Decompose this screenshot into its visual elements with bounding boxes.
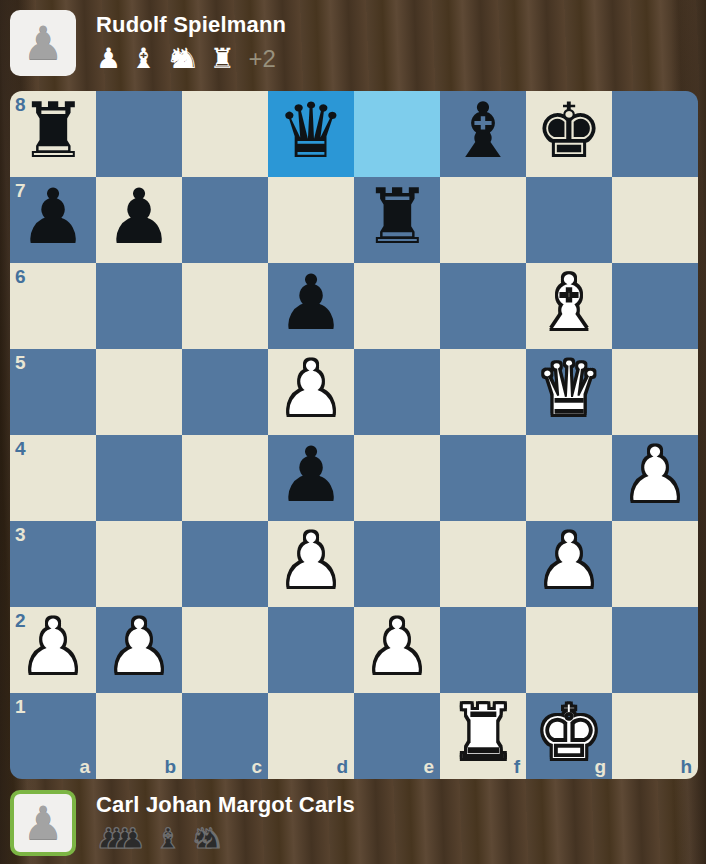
rank-label-1: 1 <box>15 697 26 716</box>
file-label-d: d <box>336 757 348 776</box>
piece-black-queen-d8[interactable]: ♛ <box>277 93 345 169</box>
captured-black-knight-group: ♞♞ <box>191 824 224 854</box>
piece-white-pawn-b2[interactable]: ♟ <box>105 609 173 685</box>
square-e3[interactable] <box>354 521 440 607</box>
captured-white-pawn-icon: ♟ <box>96 44 121 74</box>
square-a6[interactable]: 6 <box>10 263 96 349</box>
square-b5[interactable] <box>96 349 182 435</box>
rank-label-4: 4 <box>15 439 26 458</box>
square-h1[interactable]: h <box>612 693 698 779</box>
square-e6[interactable] <box>354 263 440 349</box>
captured-black-bishop-icon: ♝ <box>155 824 180 854</box>
pawn-avatar-icon: ♟ <box>22 20 63 66</box>
square-a7[interactable]: 7♟ <box>10 177 96 263</box>
square-e4[interactable] <box>354 435 440 521</box>
square-e8[interactable] <box>354 91 440 177</box>
piece-white-bishop-g6[interactable]: ♝ <box>535 265 603 341</box>
square-h6[interactable] <box>612 263 698 349</box>
square-a2[interactable]: 2♟ <box>10 607 96 693</box>
captured-white-bishop-icon: ♝ <box>131 44 156 74</box>
square-g1[interactable]: g♚ <box>526 693 612 779</box>
square-g6[interactable]: ♝ <box>526 263 612 349</box>
file-label-c: c <box>251 757 262 776</box>
square-e7[interactable]: ♜ <box>354 177 440 263</box>
captured-black-pawn-group: ♟♟♟♟ <box>96 824 145 854</box>
player-name-bottom: Carl Johan Margot Carls <box>96 792 696 818</box>
square-d8[interactable]: ♛ <box>268 91 354 177</box>
captured-white-knight-group: ♞♞ <box>166 44 199 74</box>
piece-white-rook-f1[interactable]: ♜ <box>449 695 517 771</box>
piece-black-pawn-b7[interactable]: ♟ <box>105 179 173 255</box>
material-advantage-badge: +2 <box>249 44 276 74</box>
square-c4[interactable] <box>182 435 268 521</box>
piece-black-pawn-d6[interactable]: ♟ <box>277 265 345 341</box>
file-label-h: h <box>680 757 692 776</box>
file-label-e: e <box>423 757 434 776</box>
square-f7[interactable] <box>440 177 526 263</box>
file-label-a: a <box>79 757 90 776</box>
square-a4[interactable]: 4 <box>10 435 96 521</box>
square-f8[interactable]: ♝ <box>440 91 526 177</box>
square-d6[interactable]: ♟ <box>268 263 354 349</box>
square-f5[interactable] <box>440 349 526 435</box>
square-c2[interactable] <box>182 607 268 693</box>
square-h8[interactable] <box>612 91 698 177</box>
square-e2[interactable]: ♟ <box>354 607 440 693</box>
piece-black-king-g8[interactable]: ♚ <box>535 93 603 169</box>
rank-label-5: 5 <box>15 353 26 372</box>
square-a5[interactable]: 5 <box>10 349 96 435</box>
captured-white-pawn-group: ♟ <box>96 44 121 74</box>
rank-label-6: 6 <box>15 267 26 286</box>
square-h7[interactable] <box>612 177 698 263</box>
square-b4[interactable] <box>96 435 182 521</box>
piece-black-pawn-a7[interactable]: ♟ <box>19 179 87 255</box>
square-g5[interactable]: ♛ <box>526 349 612 435</box>
square-b1[interactable]: b <box>96 693 182 779</box>
piece-white-pawn-g3[interactable]: ♟ <box>535 523 603 599</box>
captured-black-pawn-icon: ♟ <box>120 824 145 854</box>
square-c8[interactable] <box>182 91 268 177</box>
piece-black-rook-e7[interactable]: ♜ <box>363 179 431 255</box>
square-g8[interactable]: ♚ <box>526 91 612 177</box>
captured-white-rook-group: ♜ <box>209 44 234 74</box>
square-a8[interactable]: 8♜ <box>10 91 96 177</box>
square-d5[interactable]: ♟ <box>268 349 354 435</box>
square-h4[interactable]: ♟ <box>612 435 698 521</box>
square-b7[interactable]: ♟ <box>96 177 182 263</box>
square-b2[interactable]: ♟ <box>96 607 182 693</box>
player-name-top: Rudolf Spielmann <box>96 12 696 38</box>
square-c1[interactable]: c <box>182 693 268 779</box>
captured-white-rook-icon: ♜ <box>209 44 234 74</box>
file-label-b: b <box>164 757 176 776</box>
piece-white-pawn-d3[interactable]: ♟ <box>277 523 345 599</box>
avatar-top-player: ♟ <box>10 10 76 76</box>
square-c6[interactable] <box>182 263 268 349</box>
piece-white-pawn-a2[interactable]: ♟ <box>19 609 87 685</box>
captured-black-knight-icon: ♞ <box>199 824 224 854</box>
piece-white-pawn-e2[interactable]: ♟ <box>363 609 431 685</box>
square-e1[interactable]: e <box>354 693 440 779</box>
square-d7[interactable] <box>268 177 354 263</box>
square-d4[interactable]: ♟ <box>268 435 354 521</box>
square-e5[interactable] <box>354 349 440 435</box>
captured-black-bishop-group: ♝ <box>155 824 180 854</box>
square-c5[interactable] <box>182 349 268 435</box>
square-g7[interactable] <box>526 177 612 263</box>
piece-black-pawn-d4[interactable]: ♟ <box>277 437 345 513</box>
square-a1[interactable]: 1a <box>10 693 96 779</box>
square-b6[interactable] <box>96 263 182 349</box>
square-h3[interactable] <box>612 521 698 607</box>
square-b8[interactable] <box>96 91 182 177</box>
chess-board: 8♜♛♝♚7♟♟♜6♟♝5♟♛4♟♟3♟♟2♟♟♟1abcdef♜g♚h <box>10 91 698 779</box>
square-b3[interactable] <box>96 521 182 607</box>
piece-black-rook-a8[interactable]: ♜ <box>19 93 87 169</box>
square-f3[interactable] <box>440 521 526 607</box>
piece-white-queen-g5[interactable]: ♛ <box>535 351 603 427</box>
square-c3[interactable] <box>182 521 268 607</box>
square-h2[interactable] <box>612 607 698 693</box>
square-f1[interactable]: f♜ <box>440 693 526 779</box>
rank-label-3: 3 <box>15 525 26 544</box>
square-f4[interactable] <box>440 435 526 521</box>
square-a3[interactable]: 3 <box>10 521 96 607</box>
square-f6[interactable] <box>440 263 526 349</box>
square-d2[interactable] <box>268 607 354 693</box>
square-h5[interactable] <box>612 349 698 435</box>
avatar-bottom-player: ♟ <box>10 790 76 856</box>
captured-tray-top: ♟♝♞♞♜+2 <box>96 42 696 74</box>
captured-tray-bottom: ♟♟♟♟♝♞♞ <box>96 822 696 854</box>
captured-white-bishop-group: ♝ <box>131 44 156 74</box>
piece-white-pawn-d5[interactable]: ♟ <box>277 351 345 427</box>
square-d3[interactable]: ♟ <box>268 521 354 607</box>
piece-white-king-g1[interactable]: ♚ <box>535 695 603 771</box>
square-g4[interactable] <box>526 435 612 521</box>
piece-black-bishop-f8[interactable]: ♝ <box>449 93 517 169</box>
pawn-avatar-icon: ♟ <box>22 800 63 846</box>
square-d1[interactable]: d <box>268 693 354 779</box>
square-g2[interactable] <box>526 607 612 693</box>
square-f2[interactable] <box>440 607 526 693</box>
captured-white-knight-icon: ♞ <box>174 44 199 74</box>
square-g3[interactable]: ♟ <box>526 521 612 607</box>
piece-white-pawn-h4[interactable]: ♟ <box>621 437 689 513</box>
square-c7[interactable] <box>182 177 268 263</box>
